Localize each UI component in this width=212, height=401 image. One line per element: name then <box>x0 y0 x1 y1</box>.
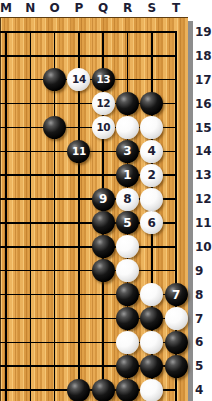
intersection-O4[interactable] <box>42 378 66 401</box>
row-label: 6 <box>195 334 212 350</box>
white-stone <box>165 307 188 330</box>
intersection-Q7[interactable] <box>91 307 115 331</box>
intersection-T19[interactable] <box>164 20 188 44</box>
intersection-P10[interactable] <box>67 235 91 259</box>
intersection-M16[interactable] <box>0 92 18 116</box>
intersection-S9[interactable] <box>140 259 164 283</box>
black-stone <box>43 116 66 139</box>
black-stone <box>165 355 188 378</box>
move-number: 7 <box>172 289 180 301</box>
white-stone: 12 <box>92 92 115 115</box>
white-stone: 4 <box>140 140 163 163</box>
black-stone <box>116 379 139 401</box>
white-stone <box>116 235 139 258</box>
intersection-Q12[interactable]: 9 <box>91 187 115 211</box>
intersection-Q14[interactable] <box>91 139 115 163</box>
row-label: 12 <box>195 191 212 207</box>
intersection-S10[interactable] <box>140 235 164 259</box>
intersection-O7[interactable] <box>42 307 66 331</box>
intersection-S17[interactable] <box>140 68 164 92</box>
intersection-N9[interactable] <box>18 259 42 283</box>
white-stone: 10 <box>92 116 115 139</box>
row-label: 15 <box>195 120 212 136</box>
white-stone <box>140 283 163 306</box>
intersection-N18[interactable] <box>18 44 42 68</box>
black-stone <box>92 259 115 282</box>
intersection-O13[interactable] <box>42 163 66 187</box>
intersection-R4[interactable] <box>115 378 139 401</box>
intersection-M7[interactable] <box>0 307 18 331</box>
intersection-R12[interactable]: 8 <box>115 187 139 211</box>
black-stone <box>140 307 163 330</box>
intersection-T13[interactable] <box>164 163 188 187</box>
row-label: 18 <box>195 48 212 64</box>
intersection-T8[interactable]: 7 <box>164 283 188 307</box>
intersection-M15[interactable] <box>0 116 18 140</box>
intersection-M13[interactable] <box>0 163 18 187</box>
intersection-P5[interactable] <box>67 354 91 378</box>
intersection-R19[interactable] <box>115 20 139 44</box>
intersection-Q5[interactable] <box>91 354 115 378</box>
intersection-P6[interactable] <box>67 330 91 354</box>
intersection-M17[interactable] <box>0 68 18 92</box>
column-label: T <box>166 1 186 16</box>
intersection-M8[interactable] <box>0 283 18 307</box>
intersection-S12[interactable] <box>140 187 164 211</box>
intersection-P19[interactable] <box>67 20 91 44</box>
move-number: 12 <box>96 98 110 109</box>
go-board: 1413121011341298567 <box>0 20 188 401</box>
intersection-N19[interactable] <box>18 20 42 44</box>
intersection-N7[interactable] <box>18 307 42 331</box>
intersection-M12[interactable] <box>0 187 18 211</box>
black-stone: 3 <box>116 140 139 163</box>
intersection-P8[interactable] <box>67 283 91 307</box>
row-label: 13 <box>195 167 212 183</box>
intersection-P16[interactable] <box>67 92 91 116</box>
white-stone <box>116 331 139 354</box>
intersection-N4[interactable] <box>18 378 42 401</box>
intersection-O8[interactable] <box>42 283 66 307</box>
intersection-O12[interactable] <box>42 187 66 211</box>
row-label: 11 <box>195 215 212 231</box>
intersection-T6[interactable] <box>164 330 188 354</box>
intersection-O14[interactable] <box>42 139 66 163</box>
intersection-Q16[interactable]: 12 <box>91 92 115 116</box>
intersection-P12[interactable] <box>67 187 91 211</box>
column-label: N <box>20 1 40 16</box>
black-stone <box>116 92 139 115</box>
intersection-O6[interactable] <box>42 330 66 354</box>
intersection-R18[interactable] <box>115 44 139 68</box>
intersection-O19[interactable] <box>42 20 66 44</box>
intersection-O16[interactable] <box>42 92 66 116</box>
intersection-N12[interactable] <box>18 187 42 211</box>
column-label: R <box>118 1 138 16</box>
intersection-N16[interactable] <box>18 92 42 116</box>
black-stone <box>140 92 163 115</box>
intersection-Q11[interactable] <box>91 211 115 235</box>
intersection-O10[interactable] <box>42 235 66 259</box>
white-stone <box>116 116 139 139</box>
intersection-P18[interactable] <box>67 44 91 68</box>
row-label: 5 <box>195 358 212 374</box>
intersection-T7[interactable] <box>164 307 188 331</box>
black-stone <box>116 355 139 378</box>
white-stone <box>140 116 163 139</box>
intersection-Q18[interactable] <box>91 44 115 68</box>
white-stone <box>140 379 163 401</box>
intersection-N8[interactable] <box>18 283 42 307</box>
intersection-S14[interactable]: 4 <box>140 139 164 163</box>
intersection-S15[interactable] <box>140 116 164 140</box>
intersection-P15[interactable] <box>67 116 91 140</box>
intersection-P13[interactable] <box>67 163 91 187</box>
intersection-M19[interactable] <box>0 20 18 44</box>
black-stone: 5 <box>116 211 139 234</box>
row-label: 16 <box>195 96 212 112</box>
intersection-P7[interactable] <box>67 307 91 331</box>
intersection-O5[interactable] <box>42 354 66 378</box>
intersection-O9[interactable] <box>42 259 66 283</box>
intersection-S6[interactable] <box>140 330 164 354</box>
intersection-Q13[interactable] <box>91 163 115 187</box>
column-label: Q <box>93 1 113 16</box>
move-number: 6 <box>148 217 156 229</box>
intersection-S7[interactable] <box>140 307 164 331</box>
intersection-P4[interactable] <box>67 378 91 401</box>
row-label: 14 <box>195 143 212 159</box>
white-stone <box>140 331 163 354</box>
intersection-R15[interactable] <box>115 116 139 140</box>
intersection-Q9[interactable] <box>91 259 115 283</box>
intersection-M9[interactable] <box>0 259 18 283</box>
black-stone <box>92 235 115 258</box>
intersection-S18[interactable] <box>140 44 164 68</box>
white-stone: 8 <box>116 188 139 211</box>
white-stone <box>140 188 163 211</box>
intersection-M18[interactable] <box>0 44 18 68</box>
move-number: 14 <box>72 74 86 85</box>
intersection-M14[interactable] <box>0 139 18 163</box>
move-number: 8 <box>123 193 131 205</box>
intersection-T5[interactable] <box>164 354 188 378</box>
move-number: 11 <box>72 146 86 157</box>
intersection-P14[interactable]: 11 <box>67 139 91 163</box>
move-number: 10 <box>96 122 110 133</box>
intersection-T11[interactable] <box>164 211 188 235</box>
black-stone: 1 <box>116 164 139 187</box>
row-label: 19 <box>195 24 212 40</box>
intersection-S8[interactable] <box>140 283 164 307</box>
move-number: 13 <box>96 74 110 85</box>
intersection-N13[interactable] <box>18 163 42 187</box>
intersection-R6[interactable] <box>115 330 139 354</box>
intersection-O15[interactable] <box>42 116 66 140</box>
intersection-R17[interactable] <box>115 68 139 92</box>
intersection-S4[interactable] <box>140 378 164 401</box>
white-stone: 6 <box>140 211 163 234</box>
intersection-Q17[interactable]: 13 <box>91 68 115 92</box>
intersection-O18[interactable] <box>42 44 66 68</box>
intersection-R10[interactable] <box>115 235 139 259</box>
intersection-T12[interactable] <box>164 187 188 211</box>
intersection-N14[interactable] <box>18 139 42 163</box>
intersection-Q6[interactable] <box>91 330 115 354</box>
intersection-Q10[interactable] <box>91 235 115 259</box>
black-stone <box>67 379 90 401</box>
move-number: 9 <box>99 193 107 205</box>
intersection-R16[interactable] <box>115 92 139 116</box>
intersection-N11[interactable] <box>18 211 42 235</box>
row-label: 17 <box>195 72 212 88</box>
intersection-N17[interactable] <box>18 68 42 92</box>
intersection-P17[interactable]: 14 <box>67 68 91 92</box>
intersection-O11[interactable] <box>42 211 66 235</box>
intersection-P9[interactable] <box>67 259 91 283</box>
intersection-S11[interactable]: 6 <box>140 211 164 235</box>
column-label: S <box>142 1 162 16</box>
black-stone <box>92 379 115 401</box>
intersection-T16[interactable] <box>164 92 188 116</box>
black-stone <box>92 211 115 234</box>
row-label: 10 <box>195 239 212 255</box>
black-stone: 11 <box>67 140 90 163</box>
black-stone: 13 <box>92 68 115 91</box>
move-number: 5 <box>123 217 131 229</box>
intersection-R11[interactable]: 5 <box>115 211 139 235</box>
row-label: 7 <box>195 311 212 327</box>
intersection-Q4[interactable] <box>91 378 115 401</box>
intersection-Q19[interactable] <box>91 20 115 44</box>
intersection-T14[interactable] <box>164 139 188 163</box>
black-stone <box>43 68 66 91</box>
board-edge-shadow <box>188 21 193 401</box>
intersection-T15[interactable] <box>164 116 188 140</box>
intersection-S5[interactable] <box>140 354 164 378</box>
intersection-Q15[interactable]: 10 <box>91 116 115 140</box>
intersection-N10[interactable] <box>18 235 42 259</box>
intersection-T18[interactable] <box>164 44 188 68</box>
row-label: 8 <box>195 287 212 303</box>
white-stone: 14 <box>67 68 90 91</box>
black-stone <box>116 283 139 306</box>
black-stone: 7 <box>165 283 188 306</box>
column-label: P <box>69 1 89 16</box>
intersection-T9[interactable] <box>164 259 188 283</box>
intersection-M10[interactable] <box>0 235 18 259</box>
intersection-T17[interactable] <box>164 68 188 92</box>
intersection-N6[interactable] <box>18 330 42 354</box>
intersection-S16[interactable] <box>140 92 164 116</box>
intersection-Q8[interactable] <box>91 283 115 307</box>
intersection-R13[interactable]: 1 <box>115 163 139 187</box>
white-stone <box>116 259 139 282</box>
intersection-R5[interactable] <box>115 354 139 378</box>
move-number: 1 <box>123 169 131 181</box>
intersection-R9[interactable] <box>115 259 139 283</box>
intersection-T10[interactable] <box>164 235 188 259</box>
intersection-M4[interactable] <box>0 378 18 401</box>
black-stone <box>140 355 163 378</box>
intersection-O17[interactable] <box>42 68 66 92</box>
intersection-S19[interactable] <box>140 20 164 44</box>
intersection-M6[interactable] <box>0 330 18 354</box>
intersection-S13[interactable]: 2 <box>140 163 164 187</box>
row-label: 4 <box>195 382 212 398</box>
intersection-N15[interactable] <box>18 116 42 140</box>
intersection-M5[interactable] <box>0 354 18 378</box>
move-number: 3 <box>123 145 131 157</box>
intersection-R14[interactable]: 3 <box>115 139 139 163</box>
row-label: 9 <box>195 263 212 279</box>
black-stone: 9 <box>92 188 115 211</box>
column-label: O <box>45 1 65 16</box>
white-stone: 2 <box>140 164 163 187</box>
black-stone <box>116 307 139 330</box>
intersection-R8[interactable] <box>115 283 139 307</box>
intersection-N5[interactable] <box>18 354 42 378</box>
move-number: 2 <box>148 169 156 181</box>
intersection-P11[interactable] <box>67 211 91 235</box>
intersection-R7[interactable] <box>115 307 139 331</box>
black-stone <box>165 331 188 354</box>
column-label: M <box>0 1 16 16</box>
go-diagram: 1413121011341298567 MNOPQRST 19181716151… <box>0 0 212 401</box>
intersection-M11[interactable] <box>0 211 18 235</box>
intersection-T4[interactable] <box>164 378 188 401</box>
move-number: 4 <box>148 145 156 157</box>
